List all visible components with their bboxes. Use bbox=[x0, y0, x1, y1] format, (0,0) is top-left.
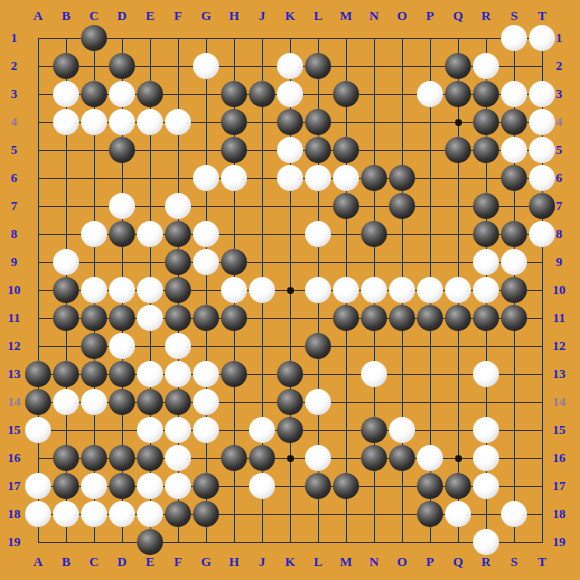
intersection-Q6[interactable] bbox=[444, 164, 472, 192]
intersection-C7[interactable] bbox=[80, 192, 108, 220]
intersection-S7[interactable] bbox=[500, 192, 528, 220]
intersection-S1[interactable] bbox=[500, 24, 528, 52]
intersection-F11[interactable] bbox=[164, 304, 192, 332]
intersection-L10[interactable] bbox=[304, 276, 332, 304]
intersection-G5[interactable] bbox=[192, 136, 220, 164]
intersection-B12[interactable] bbox=[52, 332, 80, 360]
intersection-A9[interactable] bbox=[24, 248, 52, 276]
intersection-B19[interactable] bbox=[52, 528, 80, 556]
intersection-O9[interactable] bbox=[388, 248, 416, 276]
intersection-A18[interactable] bbox=[24, 500, 52, 528]
intersection-H10[interactable] bbox=[220, 276, 248, 304]
intersection-Q2[interactable] bbox=[444, 52, 472, 80]
intersection-Q11[interactable] bbox=[444, 304, 472, 332]
intersection-T7[interactable] bbox=[528, 192, 556, 220]
intersection-B16[interactable] bbox=[52, 444, 80, 472]
intersection-A13[interactable] bbox=[24, 360, 52, 388]
intersection-P15[interactable] bbox=[416, 416, 444, 444]
intersection-M13[interactable] bbox=[332, 360, 360, 388]
intersection-C10[interactable] bbox=[80, 276, 108, 304]
intersection-R12[interactable] bbox=[472, 332, 500, 360]
intersection-A15[interactable] bbox=[24, 416, 52, 444]
intersection-B4[interactable] bbox=[52, 108, 80, 136]
intersection-B18[interactable] bbox=[52, 500, 80, 528]
intersection-D8[interactable] bbox=[108, 220, 136, 248]
intersection-N15[interactable] bbox=[360, 416, 388, 444]
intersection-G15[interactable] bbox=[192, 416, 220, 444]
intersection-P3[interactable] bbox=[416, 80, 444, 108]
intersection-M9[interactable] bbox=[332, 248, 360, 276]
intersection-H19[interactable] bbox=[220, 528, 248, 556]
intersection-Q13[interactable] bbox=[444, 360, 472, 388]
intersection-R18[interactable] bbox=[472, 500, 500, 528]
intersection-O4[interactable] bbox=[388, 108, 416, 136]
intersection-R2[interactable] bbox=[472, 52, 500, 80]
intersection-O3[interactable] bbox=[388, 80, 416, 108]
intersection-A17[interactable] bbox=[24, 472, 52, 500]
intersection-H14[interactable] bbox=[220, 388, 248, 416]
intersection-O16[interactable] bbox=[388, 444, 416, 472]
intersection-G3[interactable] bbox=[192, 80, 220, 108]
intersection-M17[interactable] bbox=[332, 472, 360, 500]
intersection-P8[interactable] bbox=[416, 220, 444, 248]
intersection-G6[interactable] bbox=[192, 164, 220, 192]
intersection-N16[interactable] bbox=[360, 444, 388, 472]
intersection-A5[interactable] bbox=[24, 136, 52, 164]
intersection-F2[interactable] bbox=[164, 52, 192, 80]
intersection-B14[interactable] bbox=[52, 388, 80, 416]
intersection-H5[interactable] bbox=[220, 136, 248, 164]
intersection-L4[interactable] bbox=[304, 108, 332, 136]
intersection-T1[interactable] bbox=[528, 24, 556, 52]
intersection-S8[interactable] bbox=[500, 220, 528, 248]
intersection-B11[interactable] bbox=[52, 304, 80, 332]
intersection-D3[interactable] bbox=[108, 80, 136, 108]
intersection-C5[interactable] bbox=[80, 136, 108, 164]
intersection-K17[interactable] bbox=[276, 472, 304, 500]
intersection-Q9[interactable] bbox=[444, 248, 472, 276]
intersection-Q15[interactable] bbox=[444, 416, 472, 444]
intersection-O19[interactable] bbox=[388, 528, 416, 556]
intersection-L5[interactable] bbox=[304, 136, 332, 164]
intersection-P19[interactable] bbox=[416, 528, 444, 556]
intersection-R15[interactable] bbox=[472, 416, 500, 444]
intersection-A19[interactable] bbox=[24, 528, 52, 556]
intersection-N18[interactable] bbox=[360, 500, 388, 528]
intersection-H7[interactable] bbox=[220, 192, 248, 220]
intersection-S16[interactable] bbox=[500, 444, 528, 472]
intersection-N2[interactable] bbox=[360, 52, 388, 80]
intersection-L14[interactable] bbox=[304, 388, 332, 416]
intersection-C18[interactable] bbox=[80, 500, 108, 528]
intersection-B7[interactable] bbox=[52, 192, 80, 220]
intersection-D17[interactable] bbox=[108, 472, 136, 500]
intersection-F13[interactable] bbox=[164, 360, 192, 388]
intersection-L11[interactable] bbox=[304, 304, 332, 332]
intersection-G10[interactable] bbox=[192, 276, 220, 304]
intersection-E17[interactable] bbox=[136, 472, 164, 500]
intersection-T2[interactable] bbox=[528, 52, 556, 80]
intersection-G17[interactable] bbox=[192, 472, 220, 500]
intersection-N1[interactable] bbox=[360, 24, 388, 52]
intersection-A4[interactable] bbox=[24, 108, 52, 136]
intersection-E9[interactable] bbox=[136, 248, 164, 276]
intersection-E15[interactable] bbox=[136, 416, 164, 444]
intersection-S13[interactable] bbox=[500, 360, 528, 388]
intersection-T18[interactable] bbox=[528, 500, 556, 528]
intersection-G1[interactable] bbox=[192, 24, 220, 52]
intersection-A1[interactable] bbox=[24, 24, 52, 52]
intersection-S11[interactable] bbox=[500, 304, 528, 332]
intersection-T4[interactable] bbox=[528, 108, 556, 136]
intersection-B5[interactable] bbox=[52, 136, 80, 164]
intersection-R17[interactable] bbox=[472, 472, 500, 500]
intersection-A14[interactable] bbox=[24, 388, 52, 416]
intersection-P2[interactable] bbox=[416, 52, 444, 80]
intersection-L17[interactable] bbox=[304, 472, 332, 500]
intersection-J13[interactable] bbox=[248, 360, 276, 388]
intersection-E10[interactable] bbox=[136, 276, 164, 304]
intersection-F18[interactable] bbox=[164, 500, 192, 528]
intersection-M11[interactable] bbox=[332, 304, 360, 332]
intersection-J5[interactable] bbox=[248, 136, 276, 164]
intersection-K16[interactable] bbox=[276, 444, 304, 472]
intersection-E5[interactable] bbox=[136, 136, 164, 164]
intersection-D4[interactable] bbox=[108, 108, 136, 136]
intersection-H1[interactable] bbox=[220, 24, 248, 52]
intersection-Q4[interactable] bbox=[444, 108, 472, 136]
intersection-E18[interactable] bbox=[136, 500, 164, 528]
intersection-T15[interactable] bbox=[528, 416, 556, 444]
intersection-L7[interactable] bbox=[304, 192, 332, 220]
intersection-D7[interactable] bbox=[108, 192, 136, 220]
intersection-F9[interactable] bbox=[164, 248, 192, 276]
intersection-E16[interactable] bbox=[136, 444, 164, 472]
intersection-E2[interactable] bbox=[136, 52, 164, 80]
intersection-P11[interactable] bbox=[416, 304, 444, 332]
intersection-N10[interactable] bbox=[360, 276, 388, 304]
intersection-L8[interactable] bbox=[304, 220, 332, 248]
intersection-H3[interactable] bbox=[220, 80, 248, 108]
intersection-D18[interactable] bbox=[108, 500, 136, 528]
intersection-E7[interactable] bbox=[136, 192, 164, 220]
intersection-F1[interactable] bbox=[164, 24, 192, 52]
intersection-S4[interactable] bbox=[500, 108, 528, 136]
intersection-O14[interactable] bbox=[388, 388, 416, 416]
intersection-E11[interactable] bbox=[136, 304, 164, 332]
intersection-Q16[interactable] bbox=[444, 444, 472, 472]
intersection-B17[interactable] bbox=[52, 472, 80, 500]
intersection-M19[interactable] bbox=[332, 528, 360, 556]
intersection-G13[interactable] bbox=[192, 360, 220, 388]
intersection-R8[interactable] bbox=[472, 220, 500, 248]
intersection-S3[interactable] bbox=[500, 80, 528, 108]
intersection-H13[interactable] bbox=[220, 360, 248, 388]
intersection-L18[interactable] bbox=[304, 500, 332, 528]
intersection-D5[interactable] bbox=[108, 136, 136, 164]
intersection-N6[interactable] bbox=[360, 164, 388, 192]
intersection-K19[interactable] bbox=[276, 528, 304, 556]
intersection-O17[interactable] bbox=[388, 472, 416, 500]
intersection-R3[interactable] bbox=[472, 80, 500, 108]
intersection-A8[interactable] bbox=[24, 220, 52, 248]
intersection-M16[interactable] bbox=[332, 444, 360, 472]
intersection-P4[interactable] bbox=[416, 108, 444, 136]
intersection-N9[interactable] bbox=[360, 248, 388, 276]
intersection-N13[interactable] bbox=[360, 360, 388, 388]
intersection-K13[interactable] bbox=[276, 360, 304, 388]
intersection-P16[interactable] bbox=[416, 444, 444, 472]
intersection-M12[interactable] bbox=[332, 332, 360, 360]
intersection-D11[interactable] bbox=[108, 304, 136, 332]
intersection-G18[interactable] bbox=[192, 500, 220, 528]
intersection-L3[interactable] bbox=[304, 80, 332, 108]
intersection-N11[interactable] bbox=[360, 304, 388, 332]
intersection-K5[interactable] bbox=[276, 136, 304, 164]
intersection-E3[interactable] bbox=[136, 80, 164, 108]
intersection-S14[interactable] bbox=[500, 388, 528, 416]
intersection-Q12[interactable] bbox=[444, 332, 472, 360]
intersection-R9[interactable] bbox=[472, 248, 500, 276]
intersection-Q19[interactable] bbox=[444, 528, 472, 556]
intersection-O18[interactable] bbox=[388, 500, 416, 528]
intersection-K11[interactable] bbox=[276, 304, 304, 332]
intersection-P17[interactable] bbox=[416, 472, 444, 500]
intersection-F5[interactable] bbox=[164, 136, 192, 164]
intersection-J6[interactable] bbox=[248, 164, 276, 192]
intersection-G4[interactable] bbox=[192, 108, 220, 136]
intersection-S5[interactable] bbox=[500, 136, 528, 164]
intersection-E14[interactable] bbox=[136, 388, 164, 416]
intersection-L15[interactable] bbox=[304, 416, 332, 444]
intersection-A7[interactable] bbox=[24, 192, 52, 220]
intersection-Q8[interactable] bbox=[444, 220, 472, 248]
intersection-C13[interactable] bbox=[80, 360, 108, 388]
intersection-C12[interactable] bbox=[80, 332, 108, 360]
intersection-O2[interactable] bbox=[388, 52, 416, 80]
intersection-K7[interactable] bbox=[276, 192, 304, 220]
intersection-J3[interactable] bbox=[248, 80, 276, 108]
intersection-J11[interactable] bbox=[248, 304, 276, 332]
intersection-D10[interactable] bbox=[108, 276, 136, 304]
intersection-A10[interactable] bbox=[24, 276, 52, 304]
intersection-R1[interactable] bbox=[472, 24, 500, 52]
intersection-M14[interactable] bbox=[332, 388, 360, 416]
intersection-O7[interactable] bbox=[388, 192, 416, 220]
intersection-D2[interactable] bbox=[108, 52, 136, 80]
intersection-Q7[interactable] bbox=[444, 192, 472, 220]
intersection-P10[interactable] bbox=[416, 276, 444, 304]
intersection-Q18[interactable] bbox=[444, 500, 472, 528]
intersection-B6[interactable] bbox=[52, 164, 80, 192]
intersection-R7[interactable] bbox=[472, 192, 500, 220]
intersection-G19[interactable] bbox=[192, 528, 220, 556]
intersection-G12[interactable] bbox=[192, 332, 220, 360]
intersection-Q17[interactable] bbox=[444, 472, 472, 500]
intersection-B1[interactable] bbox=[52, 24, 80, 52]
intersection-G16[interactable] bbox=[192, 444, 220, 472]
intersection-S6[interactable] bbox=[500, 164, 528, 192]
intersection-F15[interactable] bbox=[164, 416, 192, 444]
intersection-K1[interactable] bbox=[276, 24, 304, 52]
intersection-P9[interactable] bbox=[416, 248, 444, 276]
intersection-H18[interactable] bbox=[220, 500, 248, 528]
intersection-R11[interactable] bbox=[472, 304, 500, 332]
intersection-S10[interactable] bbox=[500, 276, 528, 304]
intersection-C9[interactable] bbox=[80, 248, 108, 276]
intersection-L13[interactable] bbox=[304, 360, 332, 388]
intersection-F7[interactable] bbox=[164, 192, 192, 220]
intersection-H2[interactable] bbox=[220, 52, 248, 80]
intersection-O11[interactable] bbox=[388, 304, 416, 332]
intersection-F16[interactable] bbox=[164, 444, 192, 472]
intersection-E4[interactable] bbox=[136, 108, 164, 136]
intersection-J19[interactable] bbox=[248, 528, 276, 556]
intersection-K10[interactable] bbox=[276, 276, 304, 304]
intersection-D12[interactable] bbox=[108, 332, 136, 360]
intersection-J7[interactable] bbox=[248, 192, 276, 220]
intersection-T9[interactable] bbox=[528, 248, 556, 276]
intersection-F4[interactable] bbox=[164, 108, 192, 136]
intersection-R14[interactable] bbox=[472, 388, 500, 416]
intersection-F8[interactable] bbox=[164, 220, 192, 248]
intersection-E12[interactable] bbox=[136, 332, 164, 360]
intersection-J2[interactable] bbox=[248, 52, 276, 80]
intersection-J18[interactable] bbox=[248, 500, 276, 528]
intersection-H9[interactable] bbox=[220, 248, 248, 276]
intersection-P13[interactable] bbox=[416, 360, 444, 388]
intersection-K15[interactable] bbox=[276, 416, 304, 444]
intersection-E13[interactable] bbox=[136, 360, 164, 388]
intersection-H17[interactable] bbox=[220, 472, 248, 500]
intersection-G11[interactable] bbox=[192, 304, 220, 332]
intersection-H8[interactable] bbox=[220, 220, 248, 248]
intersection-C16[interactable] bbox=[80, 444, 108, 472]
intersection-N4[interactable] bbox=[360, 108, 388, 136]
intersection-K14[interactable] bbox=[276, 388, 304, 416]
intersection-D13[interactable] bbox=[108, 360, 136, 388]
intersection-C14[interactable] bbox=[80, 388, 108, 416]
intersection-N5[interactable] bbox=[360, 136, 388, 164]
intersection-T13[interactable] bbox=[528, 360, 556, 388]
intersection-A2[interactable] bbox=[24, 52, 52, 80]
intersection-O6[interactable] bbox=[388, 164, 416, 192]
intersection-F19[interactable] bbox=[164, 528, 192, 556]
intersection-N3[interactable] bbox=[360, 80, 388, 108]
intersection-O8[interactable] bbox=[388, 220, 416, 248]
intersection-O10[interactable] bbox=[388, 276, 416, 304]
intersection-H6[interactable] bbox=[220, 164, 248, 192]
intersection-M15[interactable] bbox=[332, 416, 360, 444]
intersection-M6[interactable] bbox=[332, 164, 360, 192]
intersection-M18[interactable] bbox=[332, 500, 360, 528]
intersection-M5[interactable] bbox=[332, 136, 360, 164]
intersection-H15[interactable] bbox=[220, 416, 248, 444]
intersection-H16[interactable] bbox=[220, 444, 248, 472]
intersection-P18[interactable] bbox=[416, 500, 444, 528]
intersection-M2[interactable] bbox=[332, 52, 360, 80]
intersection-K9[interactable] bbox=[276, 248, 304, 276]
intersection-H4[interactable] bbox=[220, 108, 248, 136]
intersection-C6[interactable] bbox=[80, 164, 108, 192]
intersection-J8[interactable] bbox=[248, 220, 276, 248]
intersection-M7[interactable] bbox=[332, 192, 360, 220]
intersection-M3[interactable] bbox=[332, 80, 360, 108]
intersection-T3[interactable] bbox=[528, 80, 556, 108]
intersection-R4[interactable] bbox=[472, 108, 500, 136]
intersection-N14[interactable] bbox=[360, 388, 388, 416]
intersection-C15[interactable] bbox=[80, 416, 108, 444]
intersection-D19[interactable] bbox=[108, 528, 136, 556]
intersection-B2[interactable] bbox=[52, 52, 80, 80]
intersection-L9[interactable] bbox=[304, 248, 332, 276]
intersection-R6[interactable] bbox=[472, 164, 500, 192]
intersection-G8[interactable] bbox=[192, 220, 220, 248]
intersection-J17[interactable] bbox=[248, 472, 276, 500]
intersection-P6[interactable] bbox=[416, 164, 444, 192]
intersection-T17[interactable] bbox=[528, 472, 556, 500]
intersection-N7[interactable] bbox=[360, 192, 388, 220]
intersection-Q1[interactable] bbox=[444, 24, 472, 52]
intersection-M1[interactable] bbox=[332, 24, 360, 52]
intersection-R16[interactable] bbox=[472, 444, 500, 472]
intersection-G9[interactable] bbox=[192, 248, 220, 276]
intersection-T16[interactable] bbox=[528, 444, 556, 472]
intersection-P12[interactable] bbox=[416, 332, 444, 360]
intersection-A16[interactable] bbox=[24, 444, 52, 472]
intersection-F14[interactable] bbox=[164, 388, 192, 416]
intersection-E1[interactable] bbox=[136, 24, 164, 52]
intersection-C1[interactable] bbox=[80, 24, 108, 52]
intersection-G14[interactable] bbox=[192, 388, 220, 416]
intersection-S17[interactable] bbox=[500, 472, 528, 500]
intersection-D1[interactable] bbox=[108, 24, 136, 52]
intersection-J12[interactable] bbox=[248, 332, 276, 360]
intersection-A12[interactable] bbox=[24, 332, 52, 360]
intersection-T14[interactable] bbox=[528, 388, 556, 416]
intersection-D14[interactable] bbox=[108, 388, 136, 416]
intersection-K4[interactable] bbox=[276, 108, 304, 136]
intersection-J15[interactable] bbox=[248, 416, 276, 444]
intersection-S15[interactable] bbox=[500, 416, 528, 444]
intersection-S18[interactable] bbox=[500, 500, 528, 528]
intersection-K12[interactable] bbox=[276, 332, 304, 360]
intersection-O12[interactable] bbox=[388, 332, 416, 360]
intersection-K8[interactable] bbox=[276, 220, 304, 248]
intersection-R13[interactable] bbox=[472, 360, 500, 388]
intersection-Q14[interactable] bbox=[444, 388, 472, 416]
intersection-K18[interactable] bbox=[276, 500, 304, 528]
intersection-P1[interactable] bbox=[416, 24, 444, 52]
intersection-G2[interactable] bbox=[192, 52, 220, 80]
intersection-J1[interactable] bbox=[248, 24, 276, 52]
intersection-F6[interactable] bbox=[164, 164, 192, 192]
intersection-E19[interactable] bbox=[136, 528, 164, 556]
intersection-D9[interactable] bbox=[108, 248, 136, 276]
intersection-J14[interactable] bbox=[248, 388, 276, 416]
intersection-Q5[interactable] bbox=[444, 136, 472, 164]
intersection-P7[interactable] bbox=[416, 192, 444, 220]
intersection-F10[interactable] bbox=[164, 276, 192, 304]
intersection-C17[interactable] bbox=[80, 472, 108, 500]
intersection-L2[interactable] bbox=[304, 52, 332, 80]
intersection-P14[interactable] bbox=[416, 388, 444, 416]
intersection-T10[interactable] bbox=[528, 276, 556, 304]
intersection-B10[interactable] bbox=[52, 276, 80, 304]
intersection-M10[interactable] bbox=[332, 276, 360, 304]
intersection-D16[interactable] bbox=[108, 444, 136, 472]
intersection-C3[interactable] bbox=[80, 80, 108, 108]
